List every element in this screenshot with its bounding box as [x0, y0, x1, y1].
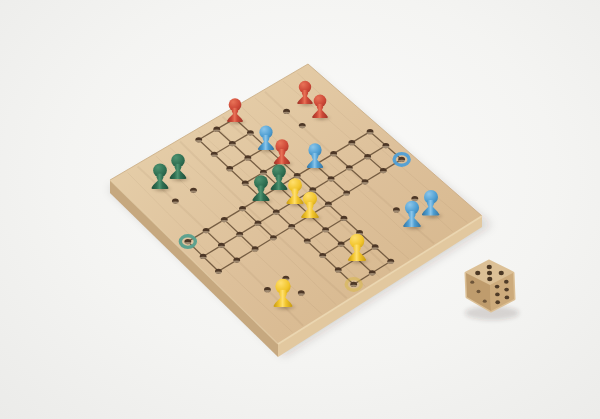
- hole-rim-highlight: [288, 227, 295, 229]
- die-pip: [495, 300, 500, 304]
- die-pip: [495, 285, 500, 289]
- hole-rim-highlight: [338, 244, 345, 246]
- hole-rim-highlight: [203, 231, 210, 233]
- peg-green-track[interactable]: [252, 175, 270, 201]
- die-pip: [504, 288, 509, 292]
- hole-rim-highlight: [362, 182, 369, 184]
- hole-rim-highlight: [299, 126, 306, 128]
- hole-rim-highlight: [328, 179, 335, 181]
- die-pip: [487, 271, 492, 275]
- hole-rim-highlight: [298, 293, 305, 295]
- die[interactable]: [466, 261, 514, 311]
- peg-body: [301, 202, 319, 218]
- hole-rim-highlight: [283, 112, 290, 114]
- die-pip: [483, 299, 487, 302]
- hole-rim-highlight: [242, 183, 249, 185]
- hole-rim-highlight: [364, 157, 371, 159]
- hole-rim-highlight: [200, 257, 207, 259]
- hole-rim-highlight: [211, 155, 218, 157]
- peg-blue-track[interactable]: [307, 143, 324, 168]
- peg-body: [258, 135, 275, 150]
- hole-rim-highlight: [190, 191, 197, 193]
- die-pip: [505, 295, 510, 299]
- hole-rim-highlight: [325, 204, 332, 206]
- peg-blue-home[interactable]: [403, 201, 421, 227]
- hole-rim-highlight: [244, 158, 251, 160]
- die-pip: [470, 280, 474, 283]
- hole-rim-highlight: [252, 249, 259, 251]
- hole-rim-highlight: [233, 260, 240, 262]
- peg-body: [252, 185, 270, 201]
- hole-rim-highlight: [215, 272, 222, 274]
- hole-rim-highlight: [393, 210, 400, 212]
- hole-rim-highlight: [330, 154, 337, 156]
- hole-rim-highlight: [247, 133, 254, 135]
- die-pip: [495, 292, 500, 296]
- die-pip: [504, 280, 509, 284]
- peg-yellow-track[interactable]: [347, 234, 366, 261]
- die-pip: [487, 265, 492, 269]
- peg-red-track-start[interactable]: [227, 98, 243, 122]
- peg-red-track[interactable]: [273, 140, 290, 165]
- peg-blue-home[interactable]: [422, 190, 440, 216]
- hole-rim-highlight: [184, 242, 191, 244]
- die-pip: [477, 290, 481, 293]
- hole-rim-highlight: [221, 220, 228, 222]
- hole-rim-highlight: [264, 290, 271, 292]
- peg-body: [403, 211, 421, 227]
- peg-body: [422, 200, 440, 216]
- peg-yellow-track[interactable]: [301, 192, 319, 218]
- hole-rim-highlight: [398, 160, 405, 162]
- peg-body: [169, 163, 186, 179]
- hole-rim-highlight: [367, 132, 374, 134]
- hole-rim-highlight: [372, 247, 379, 249]
- peg-red-home[interactable]: [297, 81, 313, 104]
- hole-rim-highlight: [369, 273, 376, 275]
- ludo-photo-scene: [0, 0, 600, 419]
- hole-rim-highlight: [172, 201, 179, 203]
- die-pip: [475, 271, 480, 275]
- hole-rim-highlight: [226, 169, 233, 171]
- hole-rim-highlight: [218, 246, 225, 248]
- hole-rim-highlight: [348, 143, 355, 145]
- hole-rim-highlight: [236, 235, 243, 237]
- hole-rim-highlight: [380, 171, 387, 173]
- peg-green-home[interactable]: [169, 153, 186, 178]
- hole-rim-highlight: [195, 140, 202, 142]
- peg-body: [227, 107, 243, 122]
- peg-red-home[interactable]: [312, 94, 328, 117]
- hole-rim-highlight: [387, 262, 394, 264]
- peg-body: [273, 149, 290, 164]
- hole-rim-highlight: [255, 223, 262, 225]
- hole-rim-highlight: [213, 129, 220, 131]
- peg-yellow-home[interactable]: [273, 279, 293, 307]
- die-pip: [499, 271, 504, 275]
- hole-rim-highlight: [239, 209, 246, 211]
- hole-rim-highlight: [270, 238, 277, 240]
- hole-rim-highlight: [273, 212, 280, 214]
- hole-rim-highlight: [322, 230, 329, 232]
- peg-body: [273, 290, 293, 307]
- hole-rim-highlight: [343, 193, 350, 195]
- peg-green-home[interactable]: [151, 164, 169, 189]
- hole-rim-highlight: [304, 241, 311, 243]
- peg-body: [347, 245, 366, 262]
- peg-body: [297, 90, 313, 104]
- peg-body: [151, 174, 169, 190]
- hole-rim-highlight: [350, 285, 357, 287]
- peg-blue-track[interactable]: [258, 126, 275, 150]
- die-pip: [487, 277, 492, 281]
- hole-rim-highlight: [346, 168, 353, 170]
- hole-rim-highlight: [335, 270, 342, 272]
- hole-rim-highlight: [382, 146, 389, 148]
- hole-rim-highlight: [229, 144, 236, 146]
- hole-rim-highlight: [319, 256, 326, 258]
- hole-rim-highlight: [341, 219, 348, 221]
